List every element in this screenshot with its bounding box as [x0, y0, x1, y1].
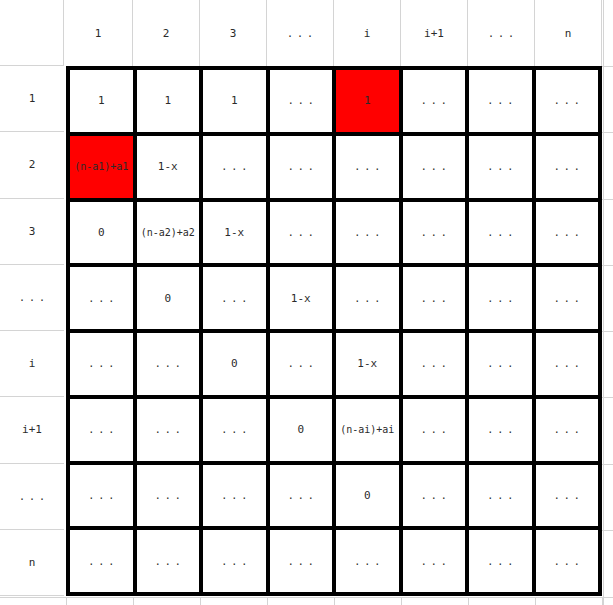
matrix-cell: ...: [403, 70, 466, 132]
sheet-gridline: [66, 597, 67, 605]
matrix-cell-highlighted: (n-a1)+a1: [70, 136, 133, 198]
row-header-3: 3: [0, 199, 64, 265]
matrix-cell: 0: [336, 465, 399, 527]
matrix-cell: ...: [469, 399, 532, 461]
matrix-sheet: 123...ii+1...n 123...ii+1...n 111...1...…: [0, 0, 613, 605]
sheet-gridline: [401, 597, 402, 605]
matrix-cell: ...: [536, 399, 599, 461]
matrix-cell: 1-x: [203, 202, 266, 264]
matrix-cell: ...: [403, 465, 466, 527]
matrix-cell: ...: [536, 136, 599, 198]
row-header-2: 2: [0, 132, 64, 198]
matrix-cell: ...: [270, 136, 333, 198]
sheet-gridline: [603, 0, 604, 605]
column-header-1: 1: [64, 0, 133, 66]
matrix-cell: ...: [536, 70, 599, 132]
matrix-cell: ...: [137, 399, 200, 461]
matrix-cell: ...: [203, 465, 266, 527]
matrix-cell: (n-a2)+a2: [137, 202, 200, 264]
sheet-gridline: [602, 66, 613, 67]
sheet-gridline: [133, 597, 134, 605]
matrix-cell: ...: [403, 399, 466, 461]
matrix-cell: ...: [70, 333, 133, 395]
matrix-cell: ...: [469, 202, 532, 264]
matrix-cell: ...: [403, 333, 466, 395]
sheet-gridline: [602, 265, 613, 266]
matrix-cell: ...: [203, 530, 266, 592]
row-header-6: i+1: [0, 397, 64, 463]
matrix-cell: 1: [203, 70, 266, 132]
row-header-7: ...: [0, 464, 64, 530]
matrix-cell: ...: [403, 202, 466, 264]
column-header-4: ...: [267, 0, 334, 66]
sheet-gridline: [468, 597, 469, 605]
matrix-cell: ...: [336, 267, 399, 329]
matrix-cell: ...: [203, 267, 266, 329]
column-header-3: 3: [200, 0, 267, 66]
column-header-8: n: [535, 0, 602, 66]
matrix-cell: 0: [203, 333, 266, 395]
matrix-cell: ...: [469, 530, 532, 592]
matrix-cell: ...: [70, 530, 133, 592]
column-header-2: 2: [133, 0, 200, 66]
sheet-gridline: [602, 397, 613, 398]
sheet-gridline: [535, 597, 536, 605]
matrix-cell: ...: [469, 333, 532, 395]
matrix-cell: ...: [270, 333, 333, 395]
matrix-cell: ...: [536, 267, 599, 329]
matrix-cell: ...: [469, 267, 532, 329]
column-header-5: i: [334, 0, 401, 66]
corner-cell: [0, 0, 64, 66]
sheet-gridline: [602, 530, 613, 531]
matrix-cell: 0: [270, 399, 333, 461]
matrix-cell: 0: [70, 202, 133, 264]
matrix-cell: ...: [536, 465, 599, 527]
matrix-cell: ...: [70, 465, 133, 527]
matrix-cell: (n-ai)+ai: [336, 399, 399, 461]
row-header-8: n: [0, 530, 64, 596]
matrix-grid: 111...1.........(n-a1)+a11-x............…: [66, 66, 602, 596]
matrix-cell: 1-x: [270, 267, 333, 329]
matrix-cell: ...: [70, 267, 133, 329]
matrix-cell: ...: [270, 70, 333, 132]
matrix-cell: 1: [137, 70, 200, 132]
sheet-gridline: [0, 597, 613, 598]
sheet-gridline: [602, 199, 613, 200]
matrix-cell: ...: [203, 136, 266, 198]
column-header-6: i+1: [401, 0, 468, 66]
column-header-row: 123...ii+1...n: [0, 0, 602, 66]
matrix-cell: 1-x: [137, 136, 200, 198]
row-header-column: 123...ii+1...n: [0, 66, 64, 596]
matrix-cell: ...: [336, 530, 399, 592]
matrix-cell: ...: [70, 399, 133, 461]
matrix-cell: ...: [469, 136, 532, 198]
sheet-gridline: [602, 331, 613, 332]
matrix-cell: ...: [403, 136, 466, 198]
matrix-cell: 1: [70, 70, 133, 132]
row-header-4: ...: [0, 265, 64, 331]
matrix-cell: ...: [536, 202, 599, 264]
column-header-7: ...: [468, 0, 535, 66]
matrix-cell: ...: [270, 202, 333, 264]
row-header-1: 1: [0, 66, 64, 132]
matrix-cell-highlighted: 1: [336, 70, 399, 132]
sheet-gridline: [602, 597, 603, 605]
matrix-cell: ...: [403, 267, 466, 329]
matrix-cell: ...: [203, 399, 266, 461]
matrix-cell: 0: [137, 267, 200, 329]
sheet-gridline: [602, 132, 613, 133]
matrix-cell: ...: [137, 333, 200, 395]
matrix-cell: ...: [469, 465, 532, 527]
matrix-cell: 1-x: [336, 333, 399, 395]
sheet-gridline: [602, 464, 613, 465]
sheet-gridline: [267, 597, 268, 605]
matrix-cell: ...: [137, 530, 200, 592]
row-header-5: i: [0, 331, 64, 397]
matrix-cell: ...: [137, 465, 200, 527]
matrix-cell: ...: [536, 530, 599, 592]
matrix-cell: ...: [536, 333, 599, 395]
matrix-cell: ...: [469, 70, 532, 132]
matrix-cell: ...: [336, 136, 399, 198]
sheet-gridline: [200, 597, 201, 605]
matrix-cell: ...: [270, 465, 333, 527]
matrix-cell: ...: [403, 530, 466, 592]
sheet-gridline: [334, 597, 335, 605]
matrix-cell: ...: [270, 530, 333, 592]
matrix-cell: ...: [336, 202, 399, 264]
